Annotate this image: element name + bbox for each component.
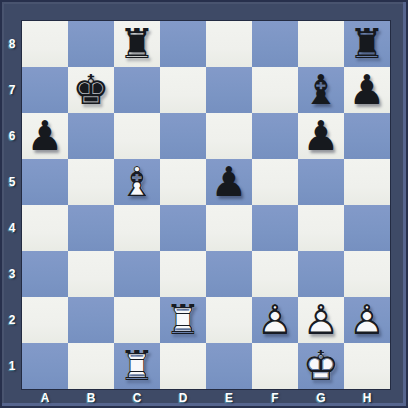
square-d5[interactable]: [160, 159, 206, 205]
piece-black-rook[interactable]: ♜: [114, 21, 160, 67]
square-a4[interactable]: [22, 205, 68, 251]
square-d6[interactable]: [160, 113, 206, 159]
square-c8[interactable]: ♜: [114, 21, 160, 67]
square-h5[interactable]: [344, 159, 390, 205]
square-g3[interactable]: [298, 251, 344, 297]
square-f5[interactable]: [252, 159, 298, 205]
piece-white-rook[interactable]: ♜♖: [114, 343, 160, 389]
square-a8[interactable]: [22, 21, 68, 67]
square-h8[interactable]: ♜: [344, 21, 390, 67]
square-a1[interactable]: [22, 343, 68, 389]
square-c6[interactable]: [114, 113, 160, 159]
file-label-c: C: [114, 390, 160, 406]
square-h3[interactable]: [344, 251, 390, 297]
piece-white-bishop[interactable]: ♝♗: [114, 159, 160, 205]
file-label-a: A: [22, 390, 68, 406]
piece-black-king[interactable]: ♚: [68, 67, 114, 113]
rank-label-5: 5: [2, 159, 22, 205]
square-f7[interactable]: [252, 67, 298, 113]
square-g5[interactable]: [298, 159, 344, 205]
square-f3[interactable]: [252, 251, 298, 297]
rank-label-3: 3: [2, 251, 22, 297]
piece-black-bishop[interactable]: ♝: [298, 67, 344, 113]
square-d7[interactable]: [160, 67, 206, 113]
square-b1[interactable]: [68, 343, 114, 389]
white-pawn-outline-icon: ♙: [298, 297, 344, 343]
square-h2[interactable]: ♟♙: [344, 297, 390, 343]
chess-board: ♜♜♚♝♟♟♟♝♗♟♜♖♟♙♟♙♟♙♜♖♚♔: [22, 21, 390, 389]
square-a6[interactable]: ♟: [22, 113, 68, 159]
square-e8[interactable]: [206, 21, 252, 67]
rank-label-6: 6: [2, 113, 22, 159]
square-f1[interactable]: [252, 343, 298, 389]
square-f6[interactable]: [252, 113, 298, 159]
piece-white-pawn[interactable]: ♟♙: [344, 297, 390, 343]
rank-label-8: 8: [2, 21, 22, 67]
file-label-d: D: [160, 390, 206, 406]
file-label-b: B: [68, 390, 114, 406]
piece-black-pawn[interactable]: ♟: [298, 113, 344, 159]
square-g7[interactable]: ♝: [298, 67, 344, 113]
black-rook-icon: ♜: [114, 21, 160, 67]
black-king-icon: ♚: [68, 67, 114, 113]
rank-label-7: 7: [2, 67, 22, 113]
square-b5[interactable]: [68, 159, 114, 205]
rank-label-2: 2: [2, 297, 22, 343]
file-label-f: F: [252, 390, 298, 406]
chess-board-frame: 87654321 ♜♜♚♝♟♟♟♝♗♟♜♖♟♙♟♙♟♙♜♖♚♔ ABCDEFGH: [0, 0, 408, 408]
white-pawn-outline-icon: ♙: [252, 297, 298, 343]
square-d1[interactable]: [160, 343, 206, 389]
piece-white-king[interactable]: ♚♔: [298, 343, 344, 389]
square-d4[interactable]: [160, 205, 206, 251]
black-pawn-icon: ♟: [22, 113, 68, 159]
piece-black-pawn[interactable]: ♟: [22, 113, 68, 159]
square-c1[interactable]: ♜♖: [114, 343, 160, 389]
square-e7[interactable]: [206, 67, 252, 113]
square-g4[interactable]: [298, 205, 344, 251]
square-b4[interactable]: [68, 205, 114, 251]
square-e6[interactable]: [206, 113, 252, 159]
black-rook-icon: ♜: [344, 21, 390, 67]
square-a5[interactable]: [22, 159, 68, 205]
square-b6[interactable]: [68, 113, 114, 159]
square-c7[interactable]: [114, 67, 160, 113]
piece-white-pawn[interactable]: ♟♙: [298, 297, 344, 343]
file-labels: ABCDEFGH: [22, 390, 390, 406]
file-label-g: G: [298, 390, 344, 406]
square-c4[interactable]: [114, 205, 160, 251]
square-h6[interactable]: [344, 113, 390, 159]
square-b8[interactable]: [68, 21, 114, 67]
square-b3[interactable]: [68, 251, 114, 297]
square-c3[interactable]: [114, 251, 160, 297]
square-g1[interactable]: ♚♔: [298, 343, 344, 389]
square-g2[interactable]: ♟♙: [298, 297, 344, 343]
black-bishop-icon: ♝: [298, 67, 344, 113]
square-e4[interactable]: [206, 205, 252, 251]
piece-black-pawn[interactable]: ♟: [206, 159, 252, 205]
square-c5[interactable]: ♝♗: [114, 159, 160, 205]
piece-black-pawn[interactable]: ♟: [344, 67, 390, 113]
white-bishop-outline-icon: ♗: [114, 159, 160, 205]
square-f4[interactable]: [252, 205, 298, 251]
file-label-e: E: [206, 390, 252, 406]
square-d2[interactable]: ♜♖: [160, 297, 206, 343]
square-e1[interactable]: [206, 343, 252, 389]
square-a7[interactable]: [22, 67, 68, 113]
square-f2[interactable]: ♟♙: [252, 297, 298, 343]
square-e3[interactable]: [206, 251, 252, 297]
piece-white-rook[interactable]: ♜♖: [160, 297, 206, 343]
square-d3[interactable]: [160, 251, 206, 297]
square-d8[interactable]: [160, 21, 206, 67]
white-king-outline-icon: ♔: [298, 343, 344, 389]
rank-label-1: 1: [2, 343, 22, 389]
square-h4[interactable]: [344, 205, 390, 251]
square-h7[interactable]: ♟: [344, 67, 390, 113]
white-rook-outline-icon: ♖: [114, 343, 160, 389]
square-b7[interactable]: ♚: [68, 67, 114, 113]
square-g8[interactable]: [298, 21, 344, 67]
square-b2[interactable]: [68, 297, 114, 343]
black-pawn-icon: ♟: [344, 67, 390, 113]
file-label-h: H: [344, 390, 390, 406]
square-h1[interactable]: [344, 343, 390, 389]
black-pawn-icon: ♟: [298, 113, 344, 159]
square-a2[interactable]: [22, 297, 68, 343]
piece-white-pawn[interactable]: ♟♙: [252, 297, 298, 343]
square-f8[interactable]: [252, 21, 298, 67]
white-pawn-outline-icon: ♙: [344, 297, 390, 343]
square-a3[interactable]: [22, 251, 68, 297]
rank-label-4: 4: [2, 205, 22, 251]
white-rook-outline-icon: ♖: [160, 297, 206, 343]
square-e2[interactable]: [206, 297, 252, 343]
square-e5[interactable]: ♟: [206, 159, 252, 205]
square-g6[interactable]: ♟: [298, 113, 344, 159]
piece-black-rook[interactable]: ♜: [344, 21, 390, 67]
rank-labels: 87654321: [2, 21, 22, 389]
square-c2[interactable]: [114, 297, 160, 343]
black-pawn-icon: ♟: [206, 159, 252, 205]
